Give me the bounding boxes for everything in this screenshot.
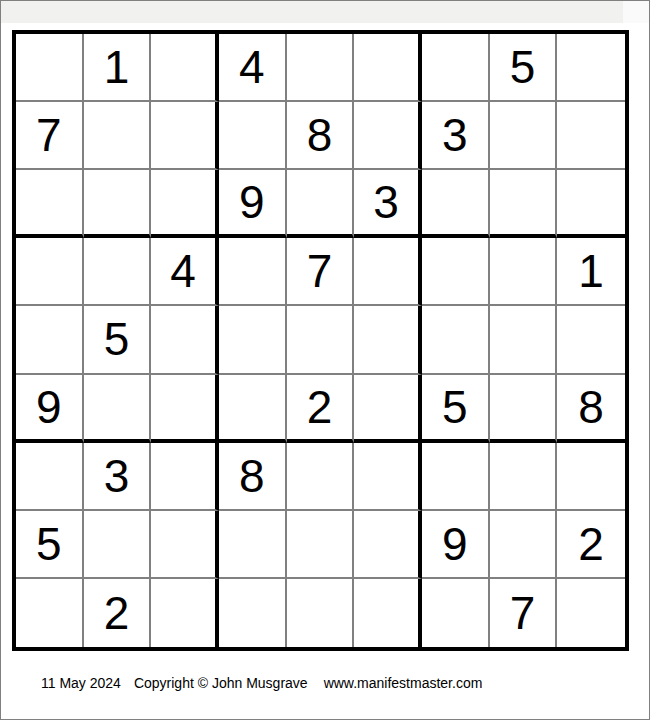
cell-r3c7[interactable] — [422, 170, 490, 238]
cell-r1c3[interactable] — [151, 34, 219, 102]
cell-r6c8[interactable] — [490, 375, 558, 443]
cell-r9c6[interactable] — [354, 579, 422, 647]
cell-r4c2[interactable] — [84, 238, 152, 306]
cell-r9c1[interactable] — [16, 579, 84, 647]
cell-r2c1[interactable]: 7 — [16, 102, 84, 170]
cell-r7c7[interactable] — [422, 443, 490, 511]
cell-r1c8[interactable]: 5 — [490, 34, 558, 102]
cell-r9c3[interactable] — [151, 579, 219, 647]
top-band-right-segment — [623, 1, 649, 23]
cell-r3c1[interactable] — [16, 170, 84, 238]
cell-r8c8[interactable] — [490, 511, 558, 579]
cell-r9c8[interactable]: 7 — [490, 579, 558, 647]
cell-r7c2[interactable]: 3 — [84, 443, 152, 511]
cell-r9c7[interactable] — [422, 579, 490, 647]
cell-r8c1[interactable]: 5 — [16, 511, 84, 579]
cell-r4c8[interactable] — [490, 238, 558, 306]
cell-r6c7[interactable]: 5 — [422, 375, 490, 443]
cell-r8c7[interactable]: 9 — [422, 511, 490, 579]
cell-r7c6[interactable] — [354, 443, 422, 511]
cell-r7c5[interactable] — [287, 443, 355, 511]
cell-r5c2[interactable]: 5 — [84, 306, 152, 374]
cell-r5c7[interactable] — [422, 306, 490, 374]
cell-r7c8[interactable] — [490, 443, 558, 511]
cell-r3c4[interactable]: 9 — [219, 170, 287, 238]
cell-r2c6[interactable] — [354, 102, 422, 170]
cell-r4c5[interactable]: 7 — [287, 238, 355, 306]
cell-r5c5[interactable] — [287, 306, 355, 374]
cell-r9c9[interactable] — [557, 579, 625, 647]
footer-copyright: Copyright © John Musgrave — [134, 675, 308, 691]
footer-date: 11 May 2024 — [41, 675, 121, 691]
cell-r3c9[interactable] — [557, 170, 625, 238]
cell-r4c1[interactable] — [16, 238, 84, 306]
cell-r2c4[interactable] — [219, 102, 287, 170]
cell-r8c3[interactable] — [151, 511, 219, 579]
cell-r6c9[interactable]: 8 — [557, 375, 625, 443]
footer-website: www.manifestmaster.com — [324, 675, 483, 691]
cell-r8c5[interactable] — [287, 511, 355, 579]
cell-r2c3[interactable] — [151, 102, 219, 170]
cell-r9c5[interactable] — [287, 579, 355, 647]
cell-r1c4[interactable]: 4 — [219, 34, 287, 102]
cell-r5c6[interactable] — [354, 306, 422, 374]
cell-r1c5[interactable] — [287, 34, 355, 102]
window-top-band — [1, 1, 649, 23]
cell-r8c9[interactable]: 2 — [557, 511, 625, 579]
cell-r4c6[interactable] — [354, 238, 422, 306]
cell-r2c2[interactable] — [84, 102, 152, 170]
cell-r4c4[interactable] — [219, 238, 287, 306]
cell-r5c8[interactable] — [490, 306, 558, 374]
cell-r4c3[interactable]: 4 — [151, 238, 219, 306]
cell-r5c4[interactable] — [219, 306, 287, 374]
cell-r7c1[interactable] — [16, 443, 84, 511]
cell-r1c6[interactable] — [354, 34, 422, 102]
cell-r7c4[interactable]: 8 — [219, 443, 287, 511]
cell-r2c8[interactable] — [490, 102, 558, 170]
cell-r1c9[interactable] — [557, 34, 625, 102]
cell-r3c3[interactable] — [151, 170, 219, 238]
cell-r5c9[interactable] — [557, 306, 625, 374]
cell-r6c4[interactable] — [219, 375, 287, 443]
puzzle-page: 14578393471592583859227 11 May 2024 Copy… — [0, 0, 650, 720]
cell-r4c7[interactable] — [422, 238, 490, 306]
cell-r2c9[interactable] — [557, 102, 625, 170]
cell-r1c7[interactable] — [422, 34, 490, 102]
cell-r6c6[interactable] — [354, 375, 422, 443]
cell-r6c3[interactable] — [151, 375, 219, 443]
cell-r9c4[interactable] — [219, 579, 287, 647]
cell-r6c5[interactable]: 2 — [287, 375, 355, 443]
cell-r5c3[interactable] — [151, 306, 219, 374]
cell-r9c2[interactable]: 2 — [84, 579, 152, 647]
cell-r8c6[interactable] — [354, 511, 422, 579]
cell-r2c5[interactable]: 8 — [287, 102, 355, 170]
cell-r7c3[interactable] — [151, 443, 219, 511]
sudoku-board: 14578393471592583859227 — [12, 30, 629, 651]
cell-r3c5[interactable] — [287, 170, 355, 238]
cell-r1c2[interactable]: 1 — [84, 34, 152, 102]
cell-r4c9[interactable]: 1 — [557, 238, 625, 306]
cell-r3c2[interactable] — [84, 170, 152, 238]
footer: 11 May 2024 Copyright © John Musgrave ww… — [41, 673, 482, 693]
cell-r8c4[interactable] — [219, 511, 287, 579]
cell-r3c8[interactable] — [490, 170, 558, 238]
cell-r1c1[interactable] — [16, 34, 84, 102]
cell-r7c9[interactable] — [557, 443, 625, 511]
cell-r8c2[interactable] — [84, 511, 152, 579]
cell-r5c1[interactable] — [16, 306, 84, 374]
cell-r3c6[interactable]: 3 — [354, 170, 422, 238]
cell-r6c2[interactable] — [84, 375, 152, 443]
cell-r6c1[interactable]: 9 — [16, 375, 84, 443]
cell-r2c7[interactable]: 3 — [422, 102, 490, 170]
